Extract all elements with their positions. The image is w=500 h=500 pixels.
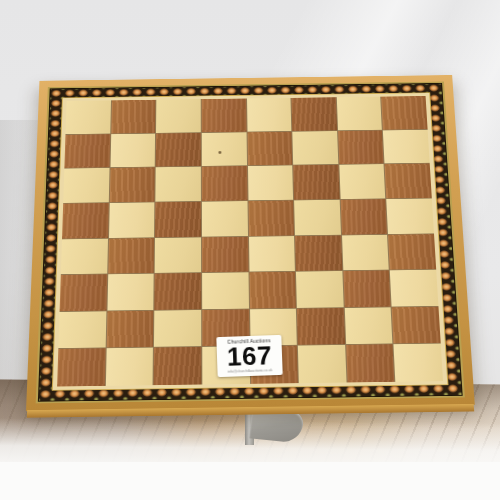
- square-f4: [295, 235, 342, 271]
- square-d5: [202, 201, 248, 236]
- square-d3: [202, 272, 249, 309]
- square-d7: [202, 132, 247, 166]
- square-g2: [345, 307, 393, 344]
- square-c2: [154, 310, 201, 347]
- square-c1: [154, 347, 201, 385]
- square-d6: [202, 166, 247, 201]
- square-e5: [248, 200, 294, 235]
- square-a4: [61, 238, 108, 274]
- square-h7: [383, 130, 429, 164]
- square-h6: [385, 164, 432, 199]
- chessboard: [30, 18, 466, 454]
- square-d4: [202, 236, 248, 272]
- square-f6: [293, 165, 339, 200]
- square-b4: [108, 238, 154, 274]
- square-h8: [382, 96, 428, 129]
- square-a1: [57, 349, 105, 387]
- square-g4: [342, 234, 389, 270]
- square-a3: [60, 274, 107, 311]
- square-a5: [62, 203, 108, 238]
- square-g5: [340, 199, 387, 234]
- square-b8: [111, 100, 156, 133]
- square-c6: [156, 167, 201, 202]
- square-a7: [64, 134, 110, 168]
- lot-number: 167: [227, 343, 273, 370]
- square-g1: [346, 345, 395, 383]
- square-e3: [249, 272, 296, 309]
- square-a8: [66, 100, 111, 133]
- square-b2: [106, 310, 153, 347]
- auction-photo: Churchill Auctions 167 info@churchillauc…: [0, 0, 500, 500]
- square-f3: [296, 271, 343, 308]
- square-e8: [247, 98, 292, 131]
- auction-lot-label: Churchill Auctions 167 info@churchillauc…: [216, 335, 282, 377]
- square-g8: [337, 97, 383, 130]
- dust-speck: [219, 151, 222, 154]
- square-c8: [156, 99, 200, 132]
- square-h4: [388, 234, 436, 270]
- square-f2: [297, 308, 345, 345]
- square-h3: [390, 270, 438, 307]
- square-c3: [155, 273, 201, 310]
- square-e4: [249, 236, 296, 272]
- square-h1: [394, 344, 443, 382]
- square-h2: [392, 307, 441, 344]
- square-f8: [292, 97, 337, 130]
- square-f1: [298, 345, 346, 383]
- square-f5: [294, 200, 341, 235]
- square-c4: [155, 237, 201, 273]
- square-h5: [387, 198, 434, 233]
- square-g7: [338, 130, 384, 164]
- auction-contact: info@churchillauctions.co.uk: [228, 368, 273, 374]
- square-g3: [343, 270, 391, 307]
- square-d8: [202, 99, 246, 132]
- square-g6: [339, 164, 385, 199]
- square-e6: [248, 166, 294, 201]
- square-b3: [107, 274, 154, 311]
- square-c7: [156, 133, 201, 167]
- square-e7: [247, 131, 292, 165]
- square-b6: [109, 168, 155, 203]
- square-b5: [109, 202, 155, 237]
- square-a2: [58, 311, 106, 348]
- square-b7: [110, 133, 155, 167]
- square-f7: [292, 131, 338, 165]
- square-b1: [105, 348, 153, 386]
- square-c5: [155, 202, 201, 237]
- floor-white-area: [0, 462, 500, 500]
- square-a6: [63, 168, 109, 203]
